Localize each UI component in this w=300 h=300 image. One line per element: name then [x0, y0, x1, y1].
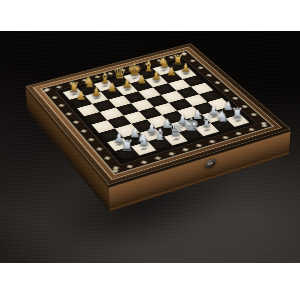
chess-set-photo: ◈ ◈ ◈ ◈ ◈ ◈ ◈ ◈ ◈ ◈ ◈ ◈ ◈ ◈ ◈ ◈ ◈ ◈ ◈ ◈ … [0, 31, 300, 263]
drawer-latch [205, 158, 216, 169]
chess-box: ◈ ◈ ◈ ◈ ◈ ◈ ◈ ◈ ◈ ◈ ◈ ◈ ◈ ◈ ◈ ◈ ◈ ◈ ◈ ◈ … [25, 43, 290, 185]
piece-black-pawn-a7: ♟ [66, 90, 95, 102]
white-matte-bottom [0, 263, 300, 300]
piece-white-rook-a1: ♜ [112, 138, 143, 153]
white-matte-top [0, 0, 300, 31]
